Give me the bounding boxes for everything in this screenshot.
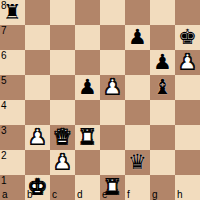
- square-d2[interactable]: [75, 150, 100, 175]
- white-rook: ♜: [75, 125, 100, 150]
- white-pawn: ♟: [175, 50, 200, 75]
- square-d6[interactable]: [75, 50, 100, 75]
- square-g6[interactable]: ♟: [150, 50, 175, 75]
- square-h3[interactable]: [175, 125, 200, 150]
- square-g3[interactable]: [150, 125, 175, 150]
- square-h6[interactable]: ♟: [175, 50, 200, 75]
- square-f3[interactable]: [125, 125, 150, 150]
- square-a6[interactable]: 6: [0, 50, 25, 75]
- square-d5[interactable]: ♟: [75, 75, 100, 100]
- square-c7[interactable]: [50, 25, 75, 50]
- file-label-g: g: [152, 190, 158, 200]
- file-label-h: h: [177, 190, 183, 200]
- square-g8[interactable]: [150, 0, 175, 25]
- square-e4[interactable]: [100, 100, 125, 125]
- white-pawn: ♟: [50, 150, 75, 175]
- square-h2[interactable]: [175, 150, 200, 175]
- square-d3[interactable]: ♜: [75, 125, 100, 150]
- square-e6[interactable]: [100, 50, 125, 75]
- square-g1[interactable]: g: [150, 175, 175, 200]
- black-bishop: ♝: [150, 75, 175, 100]
- square-f2[interactable]: ♛: [125, 150, 150, 175]
- white-rook: ♜: [100, 175, 125, 200]
- square-f4[interactable]: [125, 100, 150, 125]
- file-label-f: f: [127, 190, 130, 200]
- square-a8[interactable]: 8♜: [0, 0, 25, 25]
- black-pawn: ♟: [125, 25, 150, 50]
- square-f5[interactable]: [125, 75, 150, 100]
- black-pawn: ♟: [75, 75, 100, 100]
- square-d7[interactable]: [75, 25, 100, 50]
- white-pawn: ♟: [100, 75, 125, 100]
- square-e3[interactable]: [100, 125, 125, 150]
- square-h7[interactable]: ♚: [175, 25, 200, 50]
- black-king: ♚: [175, 25, 200, 50]
- square-h8[interactable]: [175, 0, 200, 25]
- square-b1[interactable]: b♚: [25, 175, 50, 200]
- square-c5[interactable]: [50, 75, 75, 100]
- square-d4[interactable]: [75, 100, 100, 125]
- square-d1[interactable]: d: [75, 175, 100, 200]
- square-b7[interactable]: [25, 25, 50, 50]
- square-h4[interactable]: [175, 100, 200, 125]
- square-b2[interactable]: [25, 150, 50, 175]
- square-a1[interactable]: 1a: [0, 175, 25, 200]
- white-pawn: ♟: [25, 125, 50, 150]
- square-b3[interactable]: ♟: [25, 125, 50, 150]
- square-h5[interactable]: [175, 75, 200, 100]
- square-f8[interactable]: [125, 0, 150, 25]
- rank-label-3: 3: [1, 126, 7, 136]
- square-f7[interactable]: ♟: [125, 25, 150, 50]
- square-b6[interactable]: [25, 50, 50, 75]
- square-c4[interactable]: [50, 100, 75, 125]
- square-b5[interactable]: [25, 75, 50, 100]
- rank-label-1: 1: [1, 176, 7, 186]
- square-a3[interactable]: 3: [0, 125, 25, 150]
- rank-label-2: 2: [1, 151, 7, 161]
- square-g4[interactable]: [150, 100, 175, 125]
- square-c2[interactable]: ♟: [50, 150, 75, 175]
- square-e8[interactable]: [100, 0, 125, 25]
- square-a7[interactable]: 7: [0, 25, 25, 50]
- white-king: ♚: [25, 175, 50, 200]
- square-b8[interactable]: [25, 0, 50, 25]
- rank-label-5: 5: [1, 76, 7, 86]
- file-label-c: c: [52, 190, 57, 200]
- square-e5[interactable]: ♟: [100, 75, 125, 100]
- chess-board: 8♜7♟♚6♟♟5♟♟♝43♟♛♜2♟♛1ab♚cde♜fgh: [0, 0, 200, 200]
- black-rook: ♜: [0, 0, 25, 25]
- rank-label-7: 7: [1, 26, 7, 36]
- square-e2[interactable]: [100, 150, 125, 175]
- square-a4[interactable]: 4: [0, 100, 25, 125]
- square-f1[interactable]: f: [125, 175, 150, 200]
- square-c1[interactable]: c: [50, 175, 75, 200]
- square-f6[interactable]: [125, 50, 150, 75]
- square-b4[interactable]: [25, 100, 50, 125]
- rank-label-6: 6: [1, 51, 7, 61]
- square-g7[interactable]: [150, 25, 175, 50]
- white-queen: ♛: [50, 125, 75, 150]
- rank-label-4: 4: [1, 101, 7, 111]
- square-g2[interactable]: [150, 150, 175, 175]
- black-pawn: ♟: [150, 50, 175, 75]
- square-e1[interactable]: e♜: [100, 175, 125, 200]
- square-c6[interactable]: [50, 50, 75, 75]
- square-d8[interactable]: [75, 0, 100, 25]
- black-queen: ♛: [125, 150, 150, 175]
- square-e7[interactable]: [100, 25, 125, 50]
- square-g5[interactable]: ♝: [150, 75, 175, 100]
- square-a5[interactable]: 5: [0, 75, 25, 100]
- file-label-d: d: [77, 190, 83, 200]
- square-c3[interactable]: ♛: [50, 125, 75, 150]
- file-label-a: a: [2, 190, 8, 200]
- square-a2[interactable]: 2: [0, 150, 25, 175]
- square-h1[interactable]: h: [175, 175, 200, 200]
- square-c8[interactable]: [50, 0, 75, 25]
